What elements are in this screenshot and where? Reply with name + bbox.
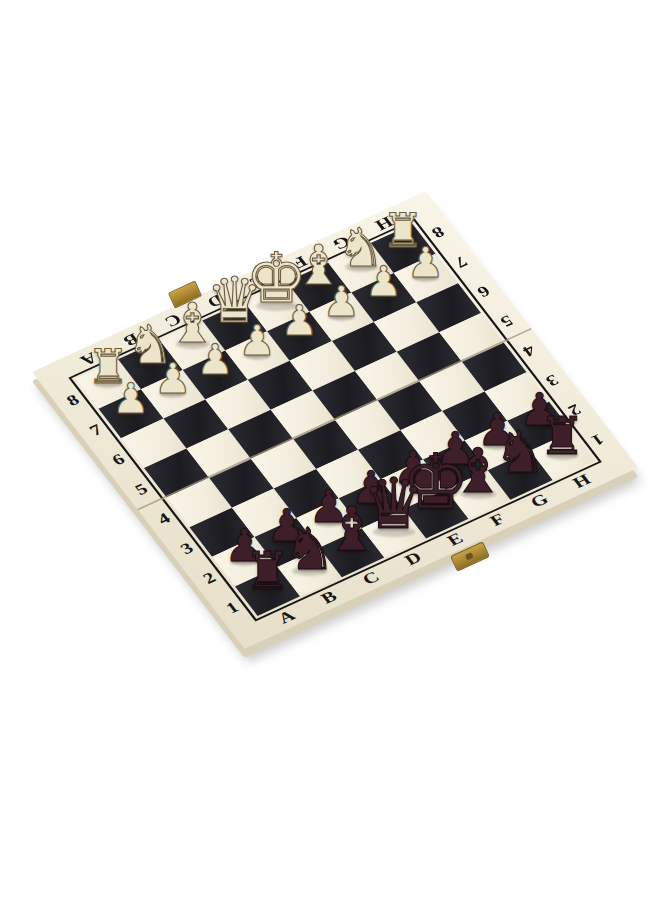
piece-white-pawn-a7[interactable]: ♟: [86, 378, 176, 420]
pieces-layer: ♜♞♝♛♚♝♞♜♟♟♟♟♟♟♟♟♟♟♟♟♟♟♟♟♜♞♝♛♚♝♞♜: [0, 0, 660, 900]
piece-black-rook-a1[interactable]: ♜: [222, 545, 312, 597]
product-photo: AABBCCDDEEFFGGHH1122334455667788 ♜♞♝♛♚♝♞…: [0, 0, 660, 900]
